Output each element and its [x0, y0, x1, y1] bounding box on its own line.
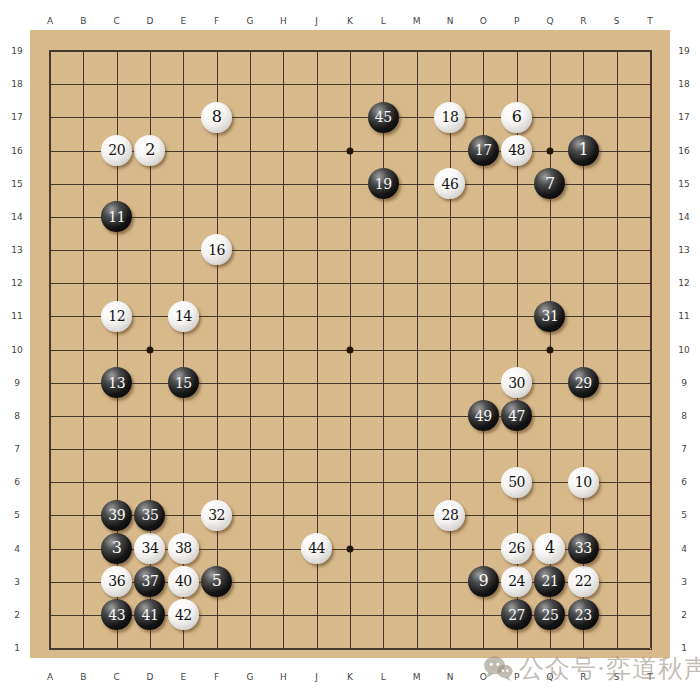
coord-label-top: P: [514, 17, 519, 26]
stone-number: 27: [508, 608, 525, 622]
stone-black-7: 7: [534, 168, 565, 199]
coord-label-bottom: R: [580, 673, 586, 682]
coord-label-right: 19: [678, 47, 689, 56]
coord-label-right: 18: [678, 80, 689, 89]
coord-label-left: 13: [11, 246, 22, 255]
coord-label-top: H: [280, 17, 287, 26]
coord-label-right: 6: [681, 478, 687, 487]
stone-number: 6: [512, 109, 522, 125]
stone-black-9: 9: [468, 566, 499, 597]
coord-label-right: 7: [681, 445, 687, 454]
stone-number: 28: [442, 508, 459, 522]
stone-black-33: 33: [568, 533, 599, 564]
coord-label-right: 16: [678, 146, 689, 155]
coord-label-bottom: B: [80, 673, 86, 682]
stone-white-6: 6: [501, 102, 532, 133]
stone-white-14: 14: [168, 301, 199, 332]
stone-number: 24: [508, 574, 525, 588]
stone-white-44: 44: [301, 533, 332, 564]
stone-number: 11: [108, 210, 125, 224]
coord-label-top: J: [315, 17, 318, 26]
stone-number: 34: [142, 541, 159, 555]
coord-label-right: 1: [681, 644, 687, 653]
coord-label-top: D: [147, 17, 154, 26]
coord-label-bottom: L: [381, 673, 386, 682]
coord-label-bottom: H: [280, 673, 287, 682]
stone-black-23: 23: [568, 599, 599, 630]
stone-number: 23: [575, 608, 592, 622]
coord-label-top: E: [180, 17, 186, 26]
stone-number: 31: [541, 309, 558, 323]
coord-label-left: 5: [14, 511, 20, 520]
stone-white-12: 12: [101, 301, 132, 332]
stone-black-25: 25: [534, 599, 565, 630]
stone-black-1: 1: [568, 135, 599, 166]
go-diagram: 1234567891011121314151617181920212223242…: [0, 0, 700, 700]
coord-label-bottom: O: [480, 673, 487, 682]
coord-label-right: 3: [681, 577, 687, 586]
stone-black-27: 27: [501, 599, 532, 630]
coord-label-top: N: [447, 17, 454, 26]
stone-number: 32: [208, 508, 225, 522]
stone-number: 5: [212, 573, 222, 589]
coord-label-right: 8: [681, 411, 687, 420]
stone-white-32: 32: [201, 500, 232, 531]
stone-number: 38: [175, 541, 192, 555]
stone-number: 44: [308, 541, 325, 555]
stone-number: 8: [212, 109, 222, 125]
coord-label-right: 13: [678, 246, 689, 255]
stone-white-18: 18: [434, 102, 465, 133]
coord-label-right: 12: [678, 279, 689, 288]
stone-number: 12: [108, 309, 125, 323]
stone-black-5: 5: [201, 566, 232, 597]
coord-label-left: 2: [14, 610, 20, 619]
stone-white-8: 8: [201, 102, 232, 133]
stone-white-2: 2: [134, 135, 165, 166]
stone-number: 2: [145, 142, 155, 158]
stone-number: 19: [375, 177, 392, 191]
stone-number: 39: [108, 508, 125, 522]
coord-label-top: C: [114, 17, 120, 26]
stone-black-21: 21: [534, 566, 565, 597]
stone-white-40: 40: [168, 566, 199, 597]
stone-black-37: 37: [134, 566, 165, 597]
coord-label-top: K: [347, 17, 353, 26]
stone-white-46: 46: [434, 168, 465, 199]
stone-number: 29: [575, 376, 592, 390]
coord-label-top: B: [80, 17, 86, 26]
stone-number: 22: [575, 574, 592, 588]
stone-number: 47: [508, 409, 525, 423]
stone-number: 46: [442, 177, 459, 191]
coord-label-bottom: N: [447, 673, 454, 682]
stone-black-43: 43: [101, 599, 132, 630]
stone-number: 9: [478, 573, 488, 589]
coord-label-bottom: M: [413, 673, 421, 682]
stone-number: 10: [575, 475, 592, 489]
coord-label-bottom: A: [47, 673, 53, 682]
stone-white-36: 36: [101, 566, 132, 597]
coord-label-left: 10: [11, 345, 22, 354]
stone-number: 49: [475, 409, 492, 423]
coord-label-left: 1: [14, 644, 20, 653]
stone-white-20: 20: [101, 135, 132, 166]
stone-number: 7: [545, 176, 555, 192]
coord-label-left: 12: [11, 279, 22, 288]
coord-label-left: 4: [14, 544, 20, 553]
stone-number: 16: [208, 243, 225, 257]
coord-label-top: S: [614, 17, 620, 26]
coord-label-right: 5: [681, 511, 687, 520]
stone-white-42: 42: [168, 599, 199, 630]
stone-number: 21: [541, 574, 558, 588]
stone-black-35: 35: [134, 500, 165, 531]
coord-label-left: 15: [11, 179, 22, 188]
coord-label-right: 15: [678, 179, 689, 188]
coord-label-left: 7: [14, 445, 20, 454]
coord-label-top: L: [381, 17, 386, 26]
stone-number: 37: [142, 574, 159, 588]
stone-black-17: 17: [468, 135, 499, 166]
coord-label-bottom: E: [180, 673, 186, 682]
coord-label-bottom: G: [247, 673, 254, 682]
coord-label-bottom: F: [214, 673, 219, 682]
stone-number: 42: [175, 608, 192, 622]
stone-black-45: 45: [368, 102, 399, 133]
stone-black-49: 49: [468, 400, 499, 431]
stone-black-11: 11: [101, 201, 132, 232]
stone-white-28: 28: [434, 500, 465, 531]
stone-black-15: 15: [168, 367, 199, 398]
stone-black-29: 29: [568, 367, 599, 398]
stones-layer: 1234567891011121314151617181920212223242…: [33, 34, 666, 664]
coord-label-top: G: [247, 17, 254, 26]
stone-white-30: 30: [501, 367, 532, 398]
stone-number: 20: [108, 143, 125, 157]
stone-number: 15: [175, 376, 192, 390]
stone-white-24: 24: [501, 566, 532, 597]
stone-white-22: 22: [568, 566, 599, 597]
coord-label-bottom: D: [147, 673, 154, 682]
stone-number: 35: [142, 508, 159, 522]
stone-number: 13: [108, 376, 125, 390]
coord-label-left: 11: [11, 312, 22, 321]
stone-white-10: 10: [568, 467, 599, 498]
stone-black-3: 3: [101, 533, 132, 564]
stone-number: 36: [108, 574, 125, 588]
coord-label-left: 14: [11, 212, 22, 221]
stone-number: 25: [541, 608, 558, 622]
coord-label-left: 8: [14, 411, 20, 420]
stone-number: 40: [175, 574, 192, 588]
stone-black-13: 13: [101, 367, 132, 398]
stone-number: 18: [442, 110, 459, 124]
coord-label-top: A: [47, 17, 53, 26]
stone-number: 3: [112, 540, 122, 556]
stone-number: 45: [375, 110, 392, 124]
stone-number: 43: [108, 608, 125, 622]
stone-black-19: 19: [368, 168, 399, 199]
coord-label-top: Q: [546, 17, 553, 26]
stone-white-26: 26: [501, 533, 532, 564]
stone-number: 4: [545, 540, 555, 556]
stone-number: 14: [175, 309, 192, 323]
coord-label-right: 4: [681, 544, 687, 553]
coord-label-bottom: P: [514, 673, 519, 682]
coord-label-right: 17: [678, 113, 689, 122]
stone-number: 26: [508, 541, 525, 555]
stone-white-34: 34: [134, 533, 165, 564]
coord-label-top: T: [647, 17, 653, 26]
stone-number: 50: [508, 475, 525, 489]
stone-number: 41: [142, 608, 159, 622]
coord-label-bottom: S: [614, 673, 620, 682]
stone-white-16: 16: [201, 234, 232, 265]
coord-label-left: 16: [11, 146, 22, 155]
coord-label-left: 17: [11, 113, 22, 122]
coord-label-left: 18: [11, 80, 22, 89]
coord-label-left: 3: [14, 577, 20, 586]
coord-label-bottom: Q: [546, 673, 553, 682]
stone-white-38: 38: [168, 533, 199, 564]
stone-number: 1: [578, 142, 588, 158]
stone-black-47: 47: [501, 400, 532, 431]
stone-white-4: 4: [534, 533, 565, 564]
stone-white-50: 50: [501, 467, 532, 498]
stone-number: 17: [475, 143, 492, 157]
stone-black-31: 31: [534, 301, 565, 332]
coord-label-right: 2: [681, 610, 687, 619]
stone-black-39: 39: [101, 500, 132, 531]
coord-label-bottom: C: [114, 673, 120, 682]
coord-label-bottom: T: [647, 673, 653, 682]
stone-number: 33: [575, 541, 592, 555]
coord-label-top: F: [214, 17, 219, 26]
stone-white-48: 48: [501, 135, 532, 166]
stone-number: 48: [508, 143, 525, 157]
coord-label-left: 19: [11, 47, 22, 56]
coord-label-right: 9: [681, 378, 687, 387]
coord-label-bottom: J: [315, 673, 318, 682]
coord-label-right: 10: [678, 345, 689, 354]
coord-label-bottom: K: [347, 673, 353, 682]
coord-label-right: 11: [678, 312, 689, 321]
coord-label-left: 6: [14, 478, 20, 487]
coord-label-top: M: [413, 17, 421, 26]
coord-label-top: O: [480, 17, 487, 26]
coord-label-right: 14: [678, 212, 689, 221]
stone-black-41: 41: [134, 599, 165, 630]
coord-label-top: R: [580, 17, 586, 26]
coord-label-left: 9: [14, 378, 20, 387]
stone-number: 30: [508, 376, 525, 390]
